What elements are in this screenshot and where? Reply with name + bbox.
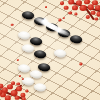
board-grid[interactable] (0, 0, 100, 100)
gomoku-game-screen: ✦✦ (0, 0, 100, 100)
gomoku-board[interactable] (0, 0, 100, 100)
white-stone (52, 47, 69, 58)
